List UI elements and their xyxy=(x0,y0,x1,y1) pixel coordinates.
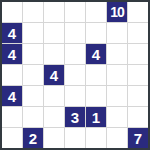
cell-r0c0[interactable] xyxy=(2,2,22,22)
cell-r3c4[interactable] xyxy=(86,65,106,85)
cell-r3c6[interactable] xyxy=(128,65,148,85)
cell-r1c5[interactable] xyxy=(107,23,127,43)
cell-r1c1[interactable] xyxy=(23,23,43,43)
clue-cell-r4c0: 4 xyxy=(2,86,22,106)
clue-cell-r6c1: 2 xyxy=(23,128,43,148)
cell-r5c2[interactable] xyxy=(44,107,64,127)
cell-r4c6[interactable] xyxy=(128,86,148,106)
cell-r2c6[interactable] xyxy=(128,44,148,64)
cell-r2c5[interactable] xyxy=(107,44,127,64)
cell-r4c5[interactable] xyxy=(107,86,127,106)
cell-r6c4[interactable] xyxy=(86,128,106,148)
clue-cell-r2c0: 4 xyxy=(2,44,22,64)
cell-r4c1[interactable] xyxy=(23,86,43,106)
cell-r5c5[interactable] xyxy=(107,107,127,127)
cell-r5c0[interactable] xyxy=(2,107,22,127)
clue-cell-r6c6: 7 xyxy=(128,128,148,148)
cell-r2c3[interactable] xyxy=(65,44,85,64)
cell-r6c0[interactable] xyxy=(2,128,22,148)
clue-cell-r1c0: 4 xyxy=(2,23,22,43)
clue-cell-r5c3: 3 xyxy=(65,107,85,127)
cell-r3c1[interactable] xyxy=(23,65,43,85)
clue-cell-r3c2: 4 xyxy=(44,65,64,85)
cell-r3c3[interactable] xyxy=(65,65,85,85)
cell-r4c4[interactable] xyxy=(86,86,106,106)
cell-r0c1[interactable] xyxy=(23,2,43,22)
cell-r0c3[interactable] xyxy=(65,2,85,22)
cell-r1c3[interactable] xyxy=(65,23,85,43)
cell-r6c2[interactable] xyxy=(44,128,64,148)
cell-r0c2[interactable] xyxy=(44,2,64,22)
cell-r3c0[interactable] xyxy=(2,65,22,85)
clue-cell-r5c4: 1 xyxy=(86,107,106,127)
cell-r0c6[interactable] xyxy=(128,2,148,22)
cell-r1c4[interactable] xyxy=(86,23,106,43)
cell-r4c3[interactable] xyxy=(65,86,85,106)
cell-r2c1[interactable] xyxy=(23,44,43,64)
cell-r4c2[interactable] xyxy=(44,86,64,106)
cell-r5c6[interactable] xyxy=(128,107,148,127)
cell-r2c2[interactable] xyxy=(44,44,64,64)
cell-r6c3[interactable] xyxy=(65,128,85,148)
cell-r6c5[interactable] xyxy=(107,128,127,148)
puzzle-board: 10444443127 xyxy=(0,0,150,150)
clue-cell-r0c5: 10 xyxy=(107,2,127,22)
cell-r0c4[interactable] xyxy=(86,2,106,22)
cell-r1c6[interactable] xyxy=(128,23,148,43)
cell-r1c2[interactable] xyxy=(44,23,64,43)
cell-r5c1[interactable] xyxy=(23,107,43,127)
cell-r3c5[interactable] xyxy=(107,65,127,85)
clue-cell-r2c4: 4 xyxy=(86,44,106,64)
